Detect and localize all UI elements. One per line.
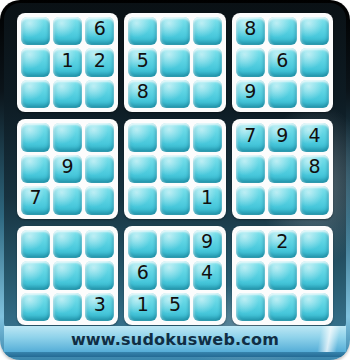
cell-given-r3c4: 8 [128, 80, 157, 108]
cell-empty-r5c8[interactable] [268, 155, 297, 183]
cell-given-r7c8: 2 [268, 230, 297, 258]
cell-empty-r3c3[interactable] [85, 80, 114, 108]
cell-empty-r1c8[interactable] [268, 17, 297, 45]
sudoku-box-1-1: 1 [124, 119, 225, 218]
cell-empty-r3c1[interactable] [21, 80, 50, 108]
footer-bar: www.sudokusweb.com [4, 326, 346, 352]
cell-given-r6c1: 7 [21, 186, 50, 214]
cell-empty-r3c5[interactable] [160, 80, 189, 108]
cell-given-r4c9: 4 [300, 123, 329, 151]
cell-given-r9c5: 5 [160, 293, 189, 321]
cell-empty-r4c1[interactable] [21, 123, 50, 151]
cell-empty-r9c7[interactable] [236, 293, 265, 321]
cell-empty-r6c8[interactable] [268, 186, 297, 214]
cell-given-r2c4: 5 [128, 48, 157, 76]
cell-given-r8c6: 4 [193, 261, 222, 289]
cell-given-r8c4: 6 [128, 261, 157, 289]
cell-empty-r7c1[interactable] [21, 230, 50, 258]
cell-empty-r9c8[interactable] [268, 293, 297, 321]
cell-empty-r5c6[interactable] [193, 155, 222, 183]
cell-empty-r2c7[interactable] [236, 48, 265, 76]
cell-given-r6c6: 1 [193, 186, 222, 214]
sudoku-board: 6125886997179483964152 [17, 13, 333, 325]
cell-empty-r5c7[interactable] [236, 155, 265, 183]
cell-empty-r5c5[interactable] [160, 155, 189, 183]
cell-empty-r6c3[interactable] [85, 186, 114, 214]
cell-empty-r9c2[interactable] [53, 293, 82, 321]
cell-empty-r5c4[interactable] [128, 155, 157, 183]
cell-empty-r2c6[interactable] [193, 48, 222, 76]
cell-empty-r6c5[interactable] [160, 186, 189, 214]
cell-empty-r1c4[interactable] [128, 17, 157, 45]
cell-empty-r3c8[interactable] [268, 80, 297, 108]
sudoku-box-0-1: 58 [124, 13, 225, 112]
cell-given-r7c6: 9 [193, 230, 222, 258]
cell-empty-r8c3[interactable] [85, 261, 114, 289]
cell-given-r4c8: 9 [268, 123, 297, 151]
cell-empty-r8c5[interactable] [160, 261, 189, 289]
cell-empty-r3c9[interactable] [300, 80, 329, 108]
cell-empty-r1c9[interactable] [300, 17, 329, 45]
cell-empty-r9c1[interactable] [21, 293, 50, 321]
cell-empty-r8c8[interactable] [268, 261, 297, 289]
cell-empty-r7c3[interactable] [85, 230, 114, 258]
cell-empty-r1c6[interactable] [193, 17, 222, 45]
cell-given-r2c2: 1 [53, 48, 82, 76]
cell-empty-r4c4[interactable] [128, 123, 157, 151]
sudoku-box-1-0: 97 [17, 119, 118, 218]
cell-given-r5c2: 9 [53, 155, 82, 183]
cell-empty-r9c6[interactable] [193, 293, 222, 321]
cell-given-r1c7: 8 [236, 17, 265, 45]
cell-empty-r7c7[interactable] [236, 230, 265, 258]
cell-empty-r8c2[interactable] [53, 261, 82, 289]
cell-empty-r3c6[interactable] [193, 80, 222, 108]
footer-glint [310, 326, 344, 352]
cell-empty-r4c6[interactable] [193, 123, 222, 151]
cell-empty-r2c1[interactable] [21, 48, 50, 76]
sudoku-box-0-2: 869 [232, 13, 333, 112]
cell-empty-r8c9[interactable] [300, 261, 329, 289]
cell-empty-r2c5[interactable] [160, 48, 189, 76]
cell-empty-r7c5[interactable] [160, 230, 189, 258]
cell-empty-r2c9[interactable] [300, 48, 329, 76]
cell-empty-r4c5[interactable] [160, 123, 189, 151]
cell-empty-r6c4[interactable] [128, 186, 157, 214]
sudoku-widget: 6125886997179483964152 www.sudokusweb.co… [0, 0, 350, 360]
cell-empty-r9c9[interactable] [300, 293, 329, 321]
cell-given-r4c7: 7 [236, 123, 265, 151]
board-frame: 6125886997179483964152 www.sudokusweb.co… [0, 0, 350, 360]
cell-given-r1c3: 6 [85, 17, 114, 45]
cell-empty-r6c9[interactable] [300, 186, 329, 214]
cell-empty-r6c2[interactable] [53, 186, 82, 214]
cell-given-r3c7: 9 [236, 80, 265, 108]
cell-empty-r4c3[interactable] [85, 123, 114, 151]
cell-empty-r5c3[interactable] [85, 155, 114, 183]
cell-empty-r8c1[interactable] [21, 261, 50, 289]
cell-empty-r7c9[interactable] [300, 230, 329, 258]
cell-empty-r7c4[interactable] [128, 230, 157, 258]
cell-given-r2c8: 6 [268, 48, 297, 76]
cell-empty-r6c7[interactable] [236, 186, 265, 214]
sudoku-box-2-2: 2 [232, 226, 333, 325]
cell-empty-r5c1[interactable] [21, 155, 50, 183]
cell-given-r9c4: 1 [128, 293, 157, 321]
sudoku-box-0-0: 612 [17, 13, 118, 112]
sudoku-box-2-1: 96415 [124, 226, 225, 325]
cell-given-r5c9: 8 [300, 155, 329, 183]
cell-given-r9c3: 3 [85, 293, 114, 321]
cell-empty-r1c5[interactable] [160, 17, 189, 45]
cell-empty-r8c7[interactable] [236, 261, 265, 289]
site-url[interactable]: www.sudokusweb.com [71, 330, 279, 349]
cell-empty-r3c2[interactable] [53, 80, 82, 108]
cell-empty-r1c1[interactable] [21, 17, 50, 45]
cell-empty-r4c2[interactable] [53, 123, 82, 151]
cell-empty-r1c2[interactable] [53, 17, 82, 45]
cell-empty-r7c2[interactable] [53, 230, 82, 258]
sudoku-box-1-2: 7948 [232, 119, 333, 218]
sudoku-box-2-0: 3 [17, 226, 118, 325]
cell-given-r2c3: 2 [85, 48, 114, 76]
